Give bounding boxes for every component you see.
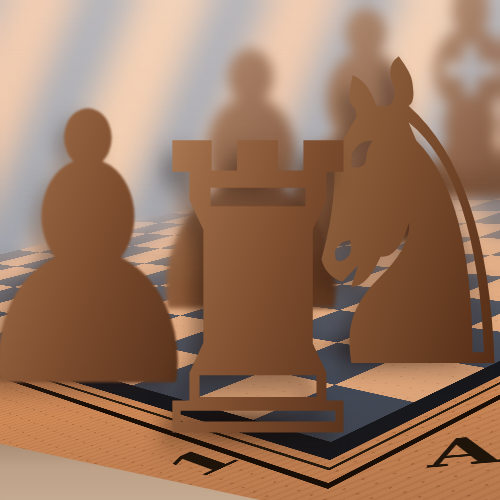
rook-glyph: ♜ — [122, 61, 395, 500]
photo-scene: 1 A ♝ ♟ ♟ ♞ ♟ ♜ — [0, 0, 500, 500]
piece-rook-a1[interactable]: ♜ — [106, 94, 410, 494]
